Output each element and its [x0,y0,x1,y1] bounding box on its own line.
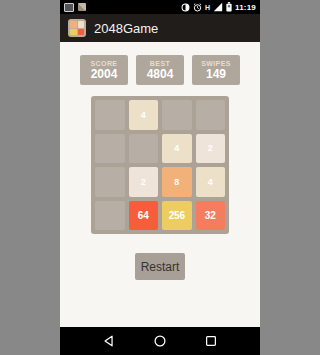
phone-screen: H 11:19 2048Game SCORE 2004 BEST 4804 SW… [60,0,260,355]
scoreboard: SCORE 2004 BEST 4804 SWIPES 149 [60,55,260,85]
status-bar: H 11:19 [60,0,260,14]
tile-2: 2 [129,167,159,197]
app-bar: 2048Game [60,14,260,42]
empty-cell [129,134,159,164]
network-type-label: H [205,4,210,11]
navigation-bar [60,327,260,355]
restart-button[interactable]: Restart [135,253,185,280]
swipes-box: SWIPES 149 [192,55,240,85]
clock-text: 11:19 [235,3,256,12]
empty-cell [162,100,192,130]
app-title: 2048Game [94,21,158,36]
home-button[interactable] [148,329,172,353]
best-value: 4804 [147,68,174,81]
tile-4: 4 [196,167,226,197]
empty-cell [196,100,226,130]
tile-64: 64 [129,201,159,231]
tile-4: 4 [129,100,159,130]
recents-button[interactable] [199,329,223,353]
best-box: BEST 4804 [136,55,184,85]
tile-2: 2 [196,134,226,164]
swipes-value: 149 [206,68,226,81]
back-button[interactable] [97,329,121,353]
score-value: 2004 [91,68,118,81]
tile-4: 4 [162,134,192,164]
empty-cell [95,201,125,231]
tile-32: 32 [196,201,226,231]
app-launcher-icon [68,19,86,37]
screenshot-icon [64,3,74,12]
tile-8: 8 [162,167,192,197]
board[interactable]: 4422846425632 [91,96,229,234]
empty-cell [95,100,125,130]
tile-256: 256 [162,201,192,231]
empty-cell [95,167,125,197]
empty-cell [95,134,125,164]
app-notification-icon [78,3,86,11]
status-bar-notifications [64,3,86,12]
score-box: SCORE 2004 [80,55,128,85]
